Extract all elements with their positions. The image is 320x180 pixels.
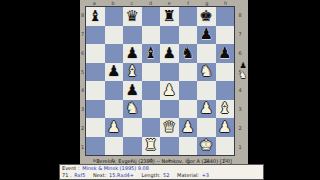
square-d2 [142,118,161,137]
square-f7 [179,26,198,45]
square-a4 [86,81,105,100]
square-d1: ♜ [142,137,161,156]
square-g5: ♞ [197,63,216,82]
black-pawn-piece: ♟ [200,27,213,42]
square-f2: ♟ [179,118,198,137]
square-h2: ♟ [216,118,235,137]
square-b5: ♟ [105,63,124,82]
material-value: +3 [202,172,209,178]
square-c6: ♟ [123,44,142,63]
square-e8: ♜ [160,7,179,26]
square-e6: ♟ [160,44,179,63]
square-g3: ♟ [197,100,216,119]
black-bishop-piece: ♝ [144,46,157,61]
event-value: Minsk & Minsk (1995) 9.08 [82,165,149,171]
white-knight-piece: ♞ [126,101,139,116]
square-g6 [197,44,216,63]
square-c4: ♟ [123,81,142,100]
white-knight-piece: ♞ [200,64,213,79]
white-pawn-piece: ♟ [163,83,176,98]
square-b4 [105,81,124,100]
black-king-piece: ♚ [200,9,213,24]
white-pawn-piece: ♟ [181,120,194,135]
square-f4 [179,81,198,100]
square-f8 [179,7,198,26]
white-rook-piece: ♜ [144,138,157,153]
square-f1 [179,137,198,156]
rank-label-6: 6 [237,44,243,63]
square-g1: ♚ [197,137,216,156]
rank-label-1: 1 [237,137,243,156]
square-b8 [105,7,124,26]
black-pawn-piece: ♟ [107,64,120,79]
white-bishop-piece: ♝ [218,101,231,116]
square-h7 [216,26,235,45]
square-c7 [123,26,142,45]
black-pawn-piece: ♟ [126,83,139,98]
square-d5 [142,63,161,82]
square-c8: ♛ [123,7,142,26]
board: ♝♛♜♚♟♟♝♟♞♟♟♝♞♟♟♞♟♝♟♛♟♟♜♚ [85,6,235,156]
captured-black-pawn-icon: ♟ [239,62,246,70]
move-value: Rxf5 [74,172,85,178]
length-value: 52 [163,172,169,178]
square-f3 [179,100,198,119]
square-b6 [105,44,124,63]
rank-label-2: 2 [237,119,243,138]
captured-white-knight-icon: ♞ [239,71,247,80]
white-pawn-piece: ♟ [200,101,213,116]
square-e5 [160,63,179,82]
square-h8 [216,7,235,26]
square-b7 [105,26,124,45]
square-a7 [86,26,105,45]
white-king-piece: ♚ [200,138,213,153]
square-a5 [86,63,105,82]
white-bishop-piece: ♝ [126,64,139,79]
square-d4 [142,81,161,100]
square-c2 [123,118,142,137]
square-a6 [86,44,105,63]
next-value: 15.Rxd4+ [109,172,134,178]
square-g7: ♟ [197,26,216,45]
black-bishop-piece: ♝ [89,9,102,24]
black-pawn-piece: ♟ [126,46,139,61]
square-a1 [86,137,105,156]
square-f6: ♞ [179,44,198,63]
square-a2 [86,118,105,137]
black-pawn-piece: ♟ [163,46,176,61]
move-number: 71 . [62,172,72,178]
rank-label-3: 3 [237,100,243,119]
material-tray: ♟♞ [238,62,248,80]
next-label: Next: [93,172,106,178]
square-h3: ♝ [216,100,235,119]
square-h6: ♟ [216,44,235,63]
square-g2 [197,118,216,137]
move-line: 71 . Rxf5 Next: 15.Rxd4+ Length: 52 Mate… [62,172,263,179]
square-a3 [86,100,105,119]
white-pawn-piece: ♟ [107,120,120,135]
square-a8: ♝ [86,7,105,26]
square-b3 [105,100,124,119]
game-info-panel: Event : Minsk & Minsk (1995) 9.08 71 . R… [59,164,264,180]
square-c5: ♝ [123,63,142,82]
rank-label-7: 7 [237,25,243,44]
square-f5 [179,63,198,82]
square-e3 [160,100,179,119]
square-h4 [216,81,235,100]
square-d8 [142,7,161,26]
white-queen-piece: ♛ [163,120,176,135]
rank-label-4: 4 [237,81,243,100]
square-g4 [197,81,216,100]
length-label: Length: [142,172,161,178]
square-e7 [160,26,179,45]
square-e1 [160,137,179,156]
material-label: Material: [177,172,199,178]
square-h1 [216,137,235,156]
square-d3 [142,100,161,119]
event-line: Event : Minsk & Minsk (1995) 9.08 [62,165,263,172]
rank-label-8: 8 [237,6,243,25]
square-b1 [105,137,124,156]
black-queen-piece: ♛ [126,9,139,24]
board-panel: abcdefgh 87654321 87654321 ♝♛♜♚♟♟♝♟♞♟♟♝♞… [80,0,248,164]
square-d7 [142,26,161,45]
event-label: Event : [62,165,80,171]
square-g8: ♚ [197,7,216,26]
black-knight-piece: ♞ [181,46,194,61]
black-pawn-piece: ♟ [218,46,231,61]
rank-labels-right: 87654321 [237,6,243,156]
square-e2: ♛ [160,118,179,137]
square-e4: ♟ [160,81,179,100]
black-rook-piece: ♜ [163,9,176,24]
square-h5 [216,63,235,82]
white-pawn-piece: ♟ [218,120,231,135]
square-c3: ♞ [123,100,142,119]
square-c1 [123,137,142,156]
square-b2: ♟ [105,118,124,137]
square-d6: ♝ [142,44,161,63]
